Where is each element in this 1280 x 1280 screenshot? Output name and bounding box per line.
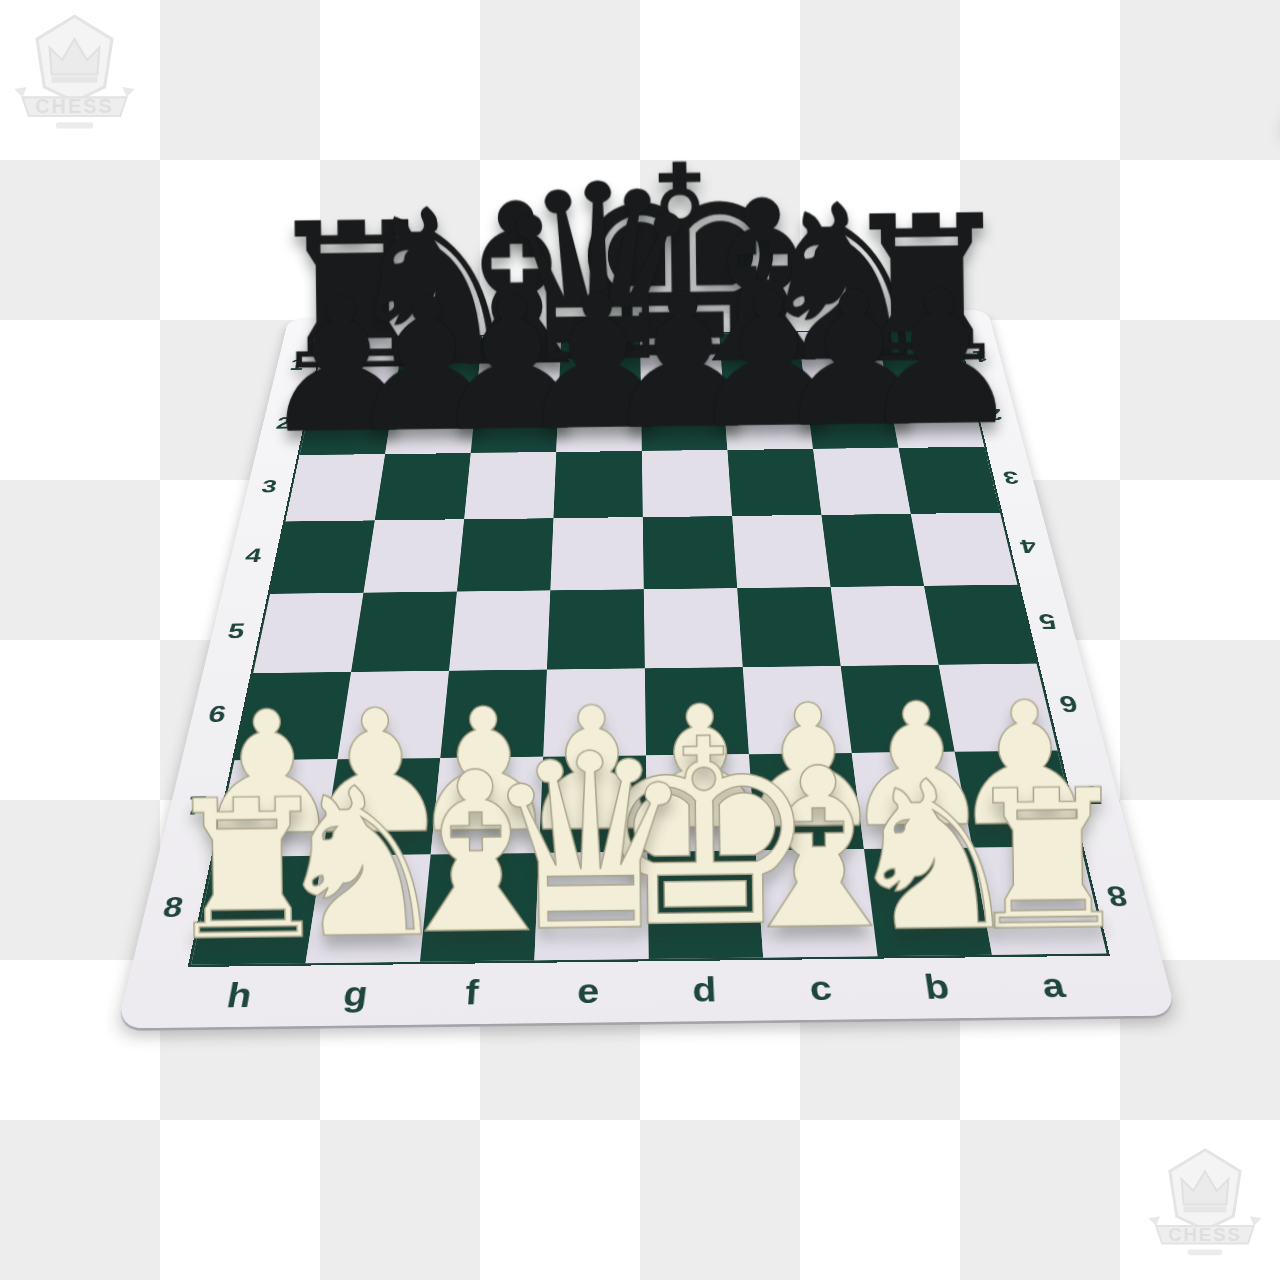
square-f4 [457,518,554,591]
file-label-bottom-f: f [411,961,532,1025]
chess-logo-watermark-bottom-right: CHESS [1146,1144,1264,1270]
square-g3 [375,453,471,520]
white-knight: ♞ [840,758,1027,955]
board-plane: ♜♞♝♛♚♝♞♜♟♟♟♟♟♟♟♟♟♟♟♟♟♟♟♟♜♞♝♛♚♝♞♜ ♛ ♛ 123… [117,310,1177,1029]
square-b8: ♞ [864,848,992,956]
square-d3 [642,450,732,517]
square-c3 [727,449,821,516]
square-e5 [547,589,645,669]
square-e4 [550,517,643,590]
file-label-bottom-b: b [875,956,1001,1019]
square-b4 [821,514,924,587]
square-h3 [285,454,385,521]
square-b5 [831,586,939,666]
file-label-bottom-d: d [646,958,765,1022]
square-b3 [813,448,911,515]
svg-text:CHESS: CHESS [1168,1224,1242,1245]
square-d5 [644,588,743,668]
square-c5 [737,587,840,667]
square-f5 [449,590,550,670]
file-label-bottom-a: a [989,954,1118,1017]
white-queen: ♛ [480,727,700,960]
square-f3 [464,452,556,519]
square-d4 [643,516,737,589]
file-label-bottom-g: g [293,963,417,1027]
square-e8: ♛ [534,852,648,961]
black-pawn: ♟ [856,270,1024,448]
square-e3 [553,451,642,518]
photo-scene: ♜♞♝♛♚♝♞♜♟♟♟♟♟♟♟♟♟♟♟♟♟♟♟♟♜♞♝♛♚♝♞♜ ♛ ♛ 123… [0,0,1280,1280]
file-label-bottom-h: h [175,964,303,1028]
crown-emblem-icon: CHESS [1146,1144,1264,1266]
board-grid: ♜♞♝♛♚♝♞♜♟♟♟♟♟♟♟♟♟♟♟♟♟♟♟♟♜♞♝♛♚♝♞♜ [188,329,1110,967]
file-label-bottom-e: e [529,960,647,1024]
square-c4 [732,515,831,588]
square-g5 [351,592,457,672]
square-a2: ♟ [887,386,984,448]
square-h4 [270,520,375,593]
square-h5 [253,593,363,673]
file-label-bottom-c: c [760,957,882,1021]
white-knight: ♞ [269,765,456,962]
square-g4 [363,519,464,592]
square-g8: ♞ [306,854,431,963]
